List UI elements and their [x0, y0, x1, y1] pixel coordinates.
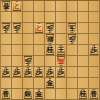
square-8f[interactable]	[12, 56, 23, 67]
square-6d[interactable]	[34, 34, 45, 45]
piece-kanji: 歩	[14, 69, 21, 76]
square-9f[interactable]	[1, 56, 12, 67]
square-9d[interactable]	[1, 34, 12, 45]
square-8g[interactable]: 歩	[12, 67, 23, 78]
square-9e[interactable]	[1, 45, 12, 56]
square-9g[interactable]: 歩	[1, 67, 12, 78]
square-2e[interactable]	[78, 45, 89, 56]
square-3f[interactable]	[67, 56, 78, 67]
piece-kanji: 香	[91, 91, 98, 98]
piece-gote-lance-9a[interactable]: 香	[2, 1, 11, 11]
square-5b[interactable]	[45, 12, 56, 23]
square-2f[interactable]	[78, 56, 89, 67]
square-3c[interactable]: 玉	[67, 23, 78, 34]
square-9a[interactable]: 香	[1, 1, 12, 12]
piece-kanji: 歩	[3, 24, 10, 31]
piece-sente-pawn-5g[interactable]: 歩	[46, 67, 55, 77]
square-2d[interactable]	[78, 34, 89, 45]
square-5h[interactable]: 金	[45, 78, 56, 89]
piece-kanji: 玉	[69, 24, 76, 31]
piece-kanji: 歩	[25, 57, 32, 64]
square-4i[interactable]	[56, 89, 67, 100]
square-8d[interactable]	[12, 34, 23, 45]
piece-kanji: 歩	[36, 69, 43, 76]
piece-kanji: 香	[3, 91, 10, 98]
square-4g[interactable]: 歩	[56, 67, 67, 78]
square-1f[interactable]	[89, 56, 100, 67]
piece-sente-knight-2i[interactable]: 桂	[79, 89, 88, 99]
square-1d[interactable]	[89, 34, 100, 45]
square-3a[interactable]	[67, 1, 78, 12]
square-3d[interactable]: 歩	[67, 34, 78, 45]
square-8a[interactable]: と	[12, 1, 23, 12]
square-1e[interactable]: 歩	[89, 45, 100, 56]
square-4b[interactable]	[56, 12, 67, 23]
piece-gote-pawn-3d[interactable]: 歩	[68, 34, 77, 44]
piece-gote-pawn-7f[interactable]: 歩	[24, 56, 33, 66]
square-8h[interactable]	[12, 78, 23, 89]
square-7c[interactable]	[23, 23, 34, 34]
piece-kanji: 金	[36, 91, 43, 98]
square-2c[interactable]	[78, 23, 89, 34]
piece-kanji: 歩	[47, 69, 54, 76]
piece-kanji: 歩	[91, 47, 98, 54]
piece-sente-silver-7i[interactable]: 銀	[24, 89, 33, 99]
piece-kanji: 歩	[25, 69, 32, 76]
square-6c[interactable]: と	[34, 23, 45, 34]
piece-sente-lance-9i[interactable]: 香	[2, 89, 11, 99]
square-6a[interactable]	[34, 1, 45, 12]
square-4h[interactable]	[56, 78, 67, 89]
piece-sente-king-4e[interactable]: 王	[57, 45, 66, 55]
square-3b[interactable]	[67, 12, 78, 23]
piece-gote-pawn-5c[interactable]: 歩	[46, 23, 55, 33]
piece-sente-pawn-6g[interactable]: 歩	[35, 67, 44, 77]
square-8i[interactable]	[12, 89, 23, 100]
square-3i[interactable]	[67, 89, 78, 100]
square-7g[interactable]: 歩	[23, 67, 34, 78]
piece-sente-pawn-1e[interactable]: 歩	[90, 45, 99, 55]
square-1b[interactable]	[89, 12, 100, 23]
square-7i[interactable]: 銀	[23, 89, 34, 100]
square-1g[interactable]	[89, 67, 100, 78]
square-4c[interactable]	[56, 23, 67, 34]
square-1h[interactable]	[89, 78, 100, 89]
piece-kanji: 桂	[47, 47, 54, 54]
square-6h[interactable]	[34, 78, 45, 89]
square-2i[interactable]: 桂	[78, 89, 89, 100]
piece-kanji: と	[35, 25, 42, 32]
square-6i[interactable]: 金	[34, 89, 45, 100]
piece-kanji: と	[13, 3, 20, 10]
square-8c[interactable]: 歩	[12, 23, 23, 34]
square-7b[interactable]	[23, 12, 34, 23]
piece-sente-tokin-8a[interactable]: と	[13, 1, 22, 11]
piece-kanji: 金	[47, 80, 54, 87]
square-9h[interactable]	[1, 78, 12, 89]
square-2g[interactable]	[78, 67, 89, 78]
piece-sente-gold-5h[interactable]: 金	[46, 78, 55, 88]
square-6b[interactable]	[34, 12, 45, 23]
square-7d[interactable]	[23, 34, 34, 45]
piece-sente-pawn-9g[interactable]: 歩	[2, 67, 11, 77]
piece-sente-lance-1i[interactable]: 香	[90, 89, 99, 99]
piece-gote-pawn-8c[interactable]: 歩	[13, 23, 22, 33]
square-9c[interactable]: 歩	[1, 23, 12, 34]
square-6f[interactable]	[34, 56, 45, 67]
piece-gote-silver-5d[interactable]: 銀	[46, 34, 55, 44]
piece-kanji: 馬	[58, 57, 65, 64]
square-6g[interactable]: 歩	[34, 67, 45, 78]
square-5g[interactable]: 歩	[45, 67, 56, 78]
piece-kanji: 銀	[25, 91, 32, 98]
square-9i[interactable]: 香	[1, 89, 12, 100]
square-1a[interactable]	[89, 1, 100, 12]
square-8e[interactable]	[12, 45, 23, 56]
square-2h[interactable]	[78, 78, 89, 89]
square-5a[interactable]	[45, 1, 56, 12]
square-7a[interactable]	[23, 1, 34, 12]
square-6e[interactable]	[34, 45, 45, 56]
piece-gote-promoted-bishop-4f[interactable]: 馬	[57, 56, 66, 66]
piece-sente-knight-5e[interactable]: 桂	[46, 45, 55, 55]
square-7h[interactable]	[23, 78, 34, 89]
square-4a[interactable]	[56, 1, 67, 12]
piece-kanji: 桂	[80, 91, 87, 98]
piece-sente-pawn-4g[interactable]: 歩	[57, 67, 66, 77]
piece-gote-pawn-9c[interactable]: 歩	[2, 23, 11, 33]
piece-kanji: 歩	[3, 69, 10, 76]
square-5d[interactable]: 銀	[45, 34, 56, 45]
piece-kanji: 王	[58, 47, 65, 54]
square-4f[interactable]: 馬	[56, 56, 67, 67]
square-7e[interactable]	[23, 45, 34, 56]
square-2b[interactable]	[78, 12, 89, 23]
square-2a[interactable]	[78, 1, 89, 12]
shogi-board: 香と歩歩と歩玉銀歩桂王歩歩馬歩歩歩歩歩歩金香銀金桂香	[0, 0, 100, 100]
piece-kanji: 歩	[47, 24, 54, 31]
square-3e[interactable]	[67, 45, 78, 56]
square-4e[interactable]: 王	[56, 45, 67, 56]
piece-sente-pawn-7g[interactable]: 歩	[24, 67, 33, 77]
piece-kanji: 歩	[69, 35, 76, 42]
piece-sente-tokin-6c[interactable]: と	[35, 23, 44, 33]
square-1i[interactable]: 香	[89, 89, 100, 100]
square-4d[interactable]	[56, 34, 67, 45]
square-9b[interactable]	[1, 12, 12, 23]
piece-kanji: 歩	[14, 24, 21, 31]
piece-gote-king-3c[interactable]: 玉	[68, 23, 77, 33]
piece-sente-pawn-8g[interactable]: 歩	[13, 67, 22, 77]
square-5f[interactable]	[45, 56, 56, 67]
square-5c[interactable]: 歩	[45, 23, 56, 34]
square-7f[interactable]: 歩	[23, 56, 34, 67]
piece-sente-gold-6i[interactable]: 金	[35, 89, 44, 99]
square-1c[interactable]	[89, 23, 100, 34]
square-3h[interactable]	[67, 78, 78, 89]
square-5e[interactable]: 桂	[45, 45, 56, 56]
square-5i[interactable]	[45, 89, 56, 100]
piece-kanji: 歩	[58, 69, 65, 76]
piece-kanji: 銀	[47, 35, 54, 42]
square-3g[interactable]	[67, 67, 78, 78]
piece-kanji: 香	[3, 2, 10, 9]
square-8b[interactable]	[12, 12, 23, 23]
